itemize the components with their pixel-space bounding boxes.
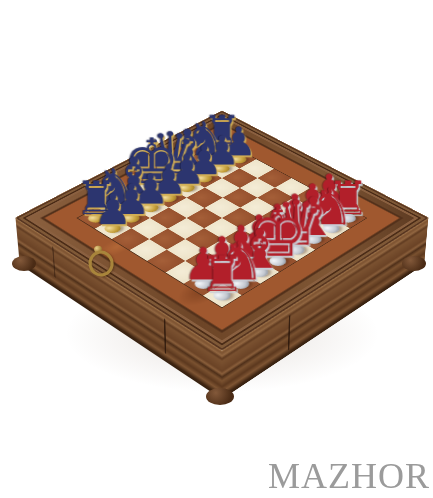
case-top-frame: ♜♞♝♚♛♝♞♜♟♟♟♟♟♟♟♟♟♟♟♟♟♟♟♟♜♞♝♚♛♝♞♜ [16, 111, 429, 351]
drawer-ring-pull [83, 244, 114, 277]
drawer-seam [52, 246, 56, 278]
bun-foot-front [206, 388, 234, 405]
chess-board: ♜♞♝♚♛♝♞♜♟♟♟♟♟♟♟♟♟♟♟♟♟♟♟♟♜♞♝♚♛♝♞♜ [78, 141, 366, 307]
pieces-layer: ♜♞♝♚♛♝♞♜♟♟♟♟♟♟♟♟♟♟♟♟♟♟♟♟♜♞♝♚♛♝♞♜ [78, 141, 366, 307]
product-photo-stage: ♜♞♝♚♛♝♞♜♟♟♟♟♟♟♟♟♟♟♟♟♟♟♟♟♜♞♝♚♛♝♞♜ MAZHOR [0, 0, 433, 498]
scene-3d: ♜♞♝♚♛♝♞♜♟♟♟♟♟♟♟♟♟♟♟♟♟♟♟♟♜♞♝♚♛♝♞♜ [0, 0, 433, 498]
bun-foot-left [12, 256, 36, 271]
bun-foot-right [402, 256, 426, 271]
rook-glyph-icon: ♜ [158, 216, 286, 295]
drawer-seam [164, 318, 166, 354]
brand-watermark: MAZHOR [268, 458, 430, 494]
chess-case: ♜♞♝♚♛♝♞♜♟♟♟♟♟♟♟♟♟♟♟♟♟♟♟♟♜♞♝♚♛♝♞♜ [16, 111, 429, 351]
drawer-seam [288, 315, 291, 351]
